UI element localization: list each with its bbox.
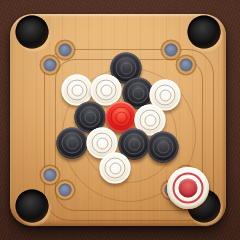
carrom-game-screenshot bbox=[0, 0, 240, 240]
base-circle bbox=[59, 44, 72, 57]
carrom-man-white bbox=[100, 153, 131, 184]
base-circle bbox=[180, 59, 193, 72]
base-circle bbox=[59, 184, 72, 197]
carrom-man-black bbox=[57, 128, 88, 159]
carrom-man-black bbox=[148, 132, 179, 163]
striker-red-center bbox=[179, 179, 198, 198]
base-circle bbox=[165, 44, 178, 57]
striker[interactable] bbox=[167, 167, 209, 209]
base-circle bbox=[44, 59, 57, 72]
pocket-bottom-left bbox=[16, 190, 49, 223]
base-circle bbox=[44, 169, 57, 182]
pocket-top-right bbox=[188, 16, 221, 49]
pocket-top-left bbox=[16, 16, 49, 49]
